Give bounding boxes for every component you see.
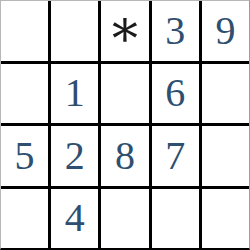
cell-r4c3[interactable]	[101, 189, 148, 249]
cell-r2c4[interactable]: 6	[152, 64, 199, 124]
cell-r4c4[interactable]	[152, 189, 199, 249]
cell-r4c5[interactable]	[202, 189, 249, 249]
cell-r2c5[interactable]	[202, 64, 249, 124]
cell-r3c2[interactable]: 2	[51, 126, 98, 186]
cell-r2c2[interactable]: 1	[51, 64, 98, 124]
cell-r4c2[interactable]: 4	[51, 189, 98, 249]
cell-r1c5[interactable]: 9	[202, 1, 249, 61]
cell-r4c1[interactable]	[1, 189, 48, 249]
cell-r2c3[interactable]	[101, 64, 148, 124]
puzzle-grid: ∗ 3 9 1 6 5 2 8 7 4	[0, 0, 250, 250]
cell-r2c1[interactable]	[1, 64, 48, 124]
cell-r3c4[interactable]: 7	[152, 126, 199, 186]
cell-r1c1[interactable]	[1, 1, 48, 61]
cell-r1c4[interactable]: 3	[152, 1, 199, 61]
cell-r3c1[interactable]: 5	[1, 126, 48, 186]
cell-r3c3[interactable]: 8	[101, 126, 148, 186]
cell-r3c5[interactable]	[202, 126, 249, 186]
cell-r1c2[interactable]	[51, 1, 98, 61]
cell-r1c3-star-marker[interactable]: ∗	[101, 1, 148, 61]
